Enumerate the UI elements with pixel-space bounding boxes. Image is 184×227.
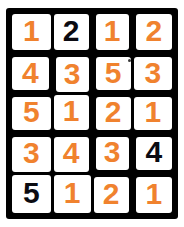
cell-r2c4[interactable]: 3 <box>134 57 173 90</box>
cell-value: 1 <box>63 96 80 126</box>
cell-value: 2 <box>105 97 122 127</box>
puzzle-board: 12124353512134345121 <box>6 8 178 219</box>
cell-value: 2 <box>103 179 120 209</box>
cell-r3c4[interactable]: 1 <box>134 97 173 130</box>
cell-value: 5 <box>23 97 40 127</box>
cell-r2c2[interactable]: 3 <box>56 57 89 92</box>
cell-value: 1 <box>144 97 161 127</box>
cell-r5c4[interactable]: 1 <box>136 177 173 213</box>
cell-value: 1 <box>145 179 162 209</box>
cell-r1c3[interactable]: 1 <box>96 14 129 50</box>
cell-r2c1[interactable]: 4 <box>12 57 49 90</box>
cell-r2c3[interactable]: 5 <box>96 57 131 90</box>
cell-value: 3 <box>104 137 121 167</box>
cell-r4c3[interactable]: 3 <box>96 137 129 170</box>
cell-value: 2 <box>63 16 80 46</box>
screen-artifact-dot <box>128 59 131 62</box>
cell-r4c2[interactable]: 4 <box>54 137 89 172</box>
cell-value: 3 <box>23 138 40 168</box>
cell-value: 3 <box>144 58 161 88</box>
cell-value: 4 <box>145 137 162 167</box>
cell-r5c2[interactable]: 1 <box>54 175 91 213</box>
cell-r5c3[interactable]: 2 <box>94 177 129 213</box>
cell-value: 1 <box>104 16 121 46</box>
cell-value: 5 <box>23 178 40 208</box>
cell-value: 5 <box>105 58 122 88</box>
cell-value: 4 <box>63 138 80 168</box>
cell-r1c2[interactable]: 2 <box>54 14 89 50</box>
cell-r4c1[interactable]: 3 <box>12 137 51 172</box>
cell-value: 2 <box>145 16 162 46</box>
cell-r3c2[interactable]: 1 <box>54 95 89 130</box>
cell-value: 1 <box>23 16 40 46</box>
cell-r3c3[interactable]: 2 <box>96 97 131 130</box>
cell-r4c4[interactable]: 4 <box>136 137 173 170</box>
cell-r5c1[interactable]: 5 <box>12 175 51 213</box>
cell-r1c1[interactable]: 1 <box>12 14 51 50</box>
cell-value: 3 <box>64 59 81 89</box>
cell-r3c1[interactable]: 5 <box>12 97 51 130</box>
cell-r1c4[interactable]: 2 <box>136 14 173 50</box>
cell-value: 1 <box>64 178 81 208</box>
cell-value: 4 <box>22 58 39 88</box>
